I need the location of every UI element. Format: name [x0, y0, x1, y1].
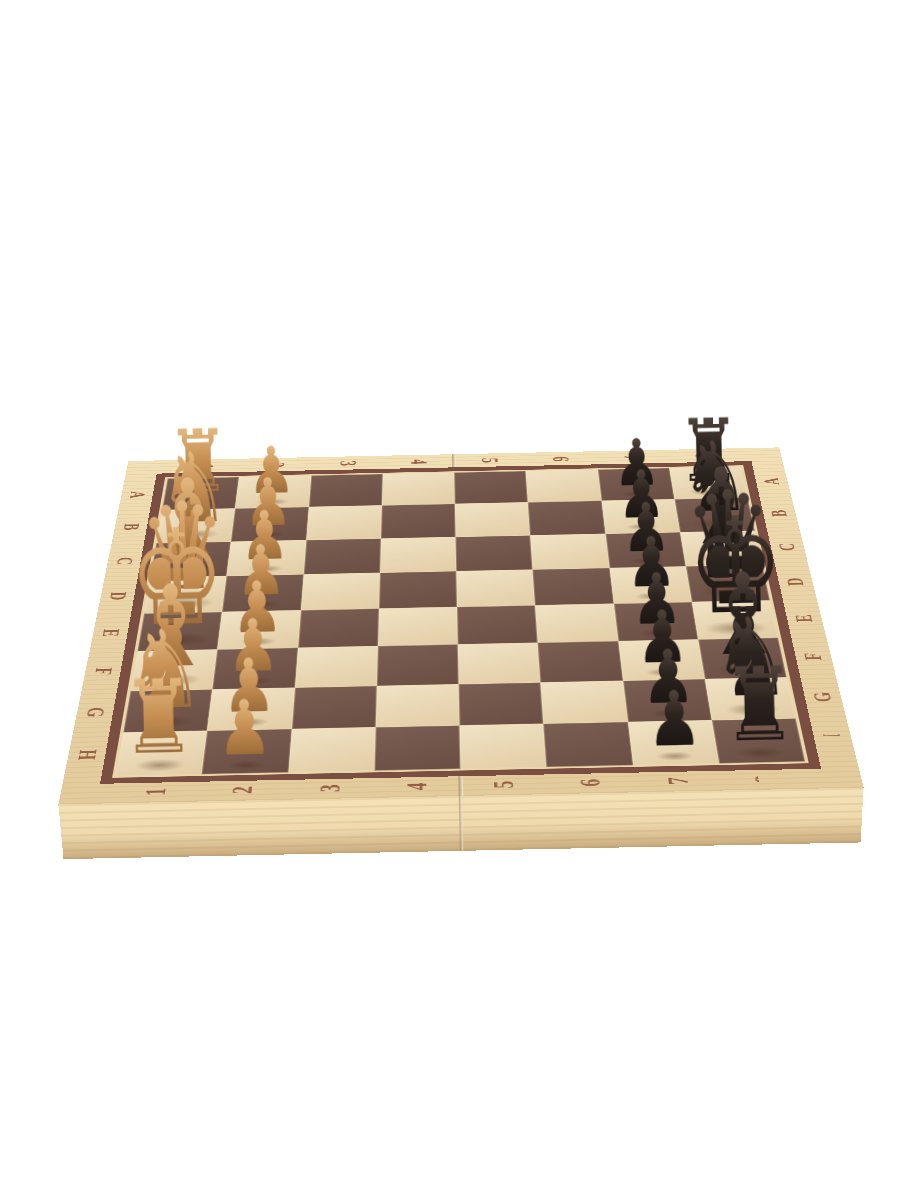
square-d4 [379, 571, 457, 609]
square-d5 [456, 569, 535, 607]
square-c6 [530, 534, 609, 570]
square-h2: ♟ [202, 729, 292, 774]
piece-white-rook-h1: ♜ [121, 665, 198, 768]
board-grid: ♜♟♟♜♞♟♟♞♝♟♟♝♛♟♟♛♚♟♟♚♝♟♟♝♞♟♟♞♜♟♟♜ [116, 466, 805, 776]
square-f6 [538, 641, 623, 682]
square-h7: ♟ [628, 720, 719, 765]
square-g4 [375, 684, 459, 727]
board-surface: ABCDEFGH ABCDEFGH 12345678 12345678 ♜♟♟♜… [58, 447, 863, 804]
board-frame: ♜♟♟♜♞♟♟♞♝♟♟♝♛♟♟♛♚♟♟♚♝♟♟♝♞♟♟♞♜♟♟♜ [100, 461, 821, 784]
square-h8: ♜ [712, 718, 805, 763]
square-c3 [303, 538, 380, 574]
square-h4 [374, 725, 460, 770]
square-h5 [459, 724, 546, 769]
chess-board: ABCDEFGH ABCDEFGH 12345678 12345678 ♜♟♟♜… [58, 447, 863, 804]
square-d6 [533, 568, 614, 605]
square-f4 [377, 645, 459, 686]
square-g3 [291, 686, 376, 729]
square-c5 [456, 535, 533, 571]
square-h3 [288, 727, 375, 772]
page-background: ABCDEFGH ABCDEFGH 12345678 12345678 ♜♟♟♜… [0, 0, 900, 1200]
square-h1: ♜ [116, 731, 208, 776]
square-e3 [298, 609, 379, 648]
square-b3 [306, 505, 382, 539]
square-b5 [455, 502, 530, 536]
square-f5 [458, 643, 541, 684]
fold-seam-front [459, 796, 463, 851]
square-g5 [459, 682, 544, 725]
square-d3 [301, 573, 380, 611]
piece-black-rook-h8: ♜ [721, 653, 798, 756]
square-b6 [528, 501, 605, 535]
square-e4 [378, 607, 458, 646]
square-a6 [526, 469, 601, 502]
square-c4 [380, 537, 456, 573]
square-b4 [381, 504, 456, 538]
square-e5 [457, 605, 538, 644]
square-h6 [544, 722, 633, 767]
piece-black-pawn-h7: ♟ [646, 681, 703, 758]
square-f3 [295, 646, 378, 687]
square-a3 [308, 474, 382, 507]
square-g6 [541, 681, 628, 724]
chessboard-scene: ABCDEFGH ABCDEFGH 12345678 12345678 ♜♟♟♜… [97, 247, 817, 967]
square-a5 [454, 471, 528, 504]
square-e6 [535, 604, 618, 643]
piece-white-pawn-h2: ♟ [216, 690, 273, 767]
square-a4 [382, 472, 455, 505]
